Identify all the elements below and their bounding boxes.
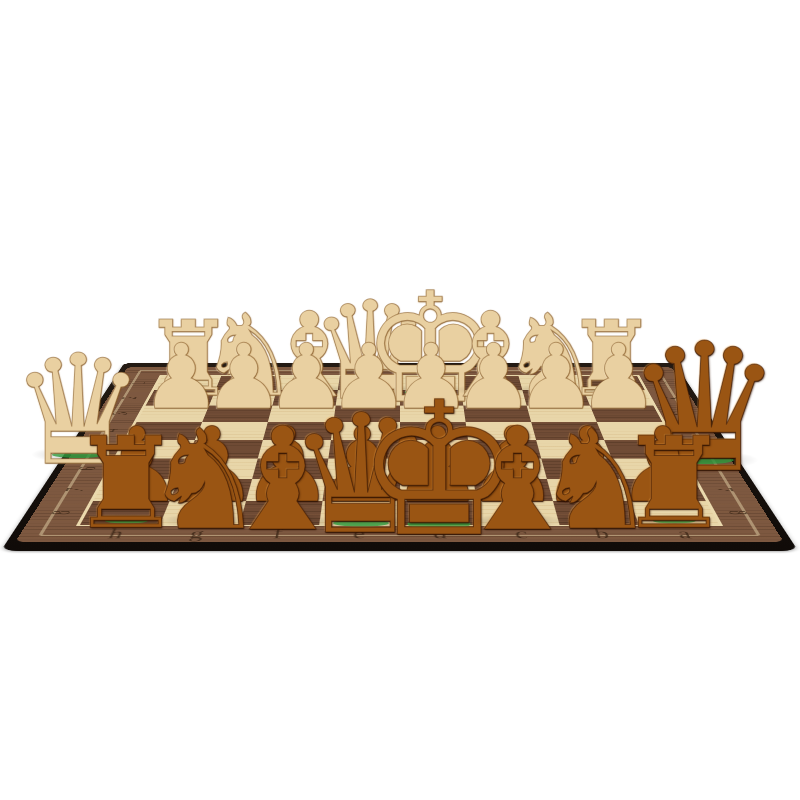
square-a3 [590,406,662,422]
rank-label-left-5: 5 [85,447,111,450]
square-g1 [215,376,280,390]
rank-label-left-6: 6 [73,467,101,471]
rank-label-right-1: 1 [650,382,673,385]
square-h6 [105,458,187,478]
square-a8 [629,501,719,525]
rank-label-left-7: 7 [60,488,89,492]
square-h2 [146,390,216,405]
square-c4 [465,422,536,440]
square-d5 [400,440,471,459]
file-label-near-a: a [674,526,693,540]
rank-label-left-3: 3 [107,412,131,415]
square-e8 [320,501,400,525]
rank-label-right-4: 4 [677,429,702,432]
square-c8 [476,501,559,525]
square-e7 [323,479,400,501]
square-g2 [209,390,277,405]
file-label-near-b: b [593,526,612,540]
file-labels-near: hgfedcba [70,525,728,542]
square-e5 [329,440,400,459]
file-label-near-f: f [272,526,284,540]
square-f6 [252,458,328,478]
square-b8 [553,501,639,525]
rank-label-left-2: 2 [117,396,141,399]
file-label-far-c: c [483,368,493,376]
square-d2 [400,390,463,405]
rank-label-left-4: 4 [97,429,122,432]
file-label-near-h: h [105,526,125,540]
square-g3 [202,406,272,422]
square-d1 [400,376,461,390]
rank-label-left-8: 8 [45,511,75,515]
square-c6 [470,458,546,478]
square-c2 [461,390,527,405]
file-label-far-b: b [540,368,552,376]
square-h8 [80,501,170,525]
board-squares [80,376,719,525]
square-f1 [277,376,340,390]
square-c1 [459,376,522,390]
square-d4 [400,422,468,440]
square-b1 [518,376,583,390]
square-c5 [468,440,541,459]
file-label-near-g: g [188,526,207,540]
rank-label-left-1: 1 [126,382,149,385]
file-label-far-f: f [307,368,315,376]
square-d8 [400,501,480,525]
rank-label-right-7: 7 [711,488,740,492]
square-h3 [137,406,209,422]
square-b3 [526,406,596,422]
square-g7 [170,479,253,501]
square-f4 [263,422,334,440]
square-f5 [258,440,331,459]
file-label-far-d: d [424,368,434,376]
square-g6 [179,458,258,478]
square-e4 [331,422,399,440]
square-h7 [93,479,179,501]
file-label-far-g: g [246,368,258,376]
square-h1 [154,376,221,390]
square-e6 [326,458,400,478]
square-a1 [578,376,645,390]
square-f7 [246,479,326,501]
square-f2 [273,390,339,405]
square-e1 [338,376,399,390]
square-f3 [268,406,336,422]
file-label-near-c: c [514,526,529,540]
square-b6 [541,458,620,478]
square-b4 [531,422,604,440]
rank-label-right-8: 8 [724,511,754,515]
rank-label-right-2: 2 [658,396,682,399]
file-label-far-h: h [187,368,200,376]
rank-label-right-6: 6 [699,467,727,471]
square-h5 [117,440,196,459]
square-d7 [400,479,477,501]
square-c7 [473,479,553,501]
chessboard: hgfedcba hgfedcba 12345678 12345678 [15,367,784,542]
file-label-near-d: d [433,526,448,540]
square-b5 [536,440,612,459]
square-b2 [522,390,590,405]
square-d6 [400,458,474,478]
square-a4 [597,422,672,440]
square-e3 [334,406,400,422]
square-b7 [547,479,630,501]
square-a7 [620,479,706,501]
square-g4 [195,422,268,440]
square-g8 [160,501,246,525]
file-labels-far: hgfedcba [162,367,637,376]
square-h4 [127,422,202,440]
file-label-far-a: a [599,368,611,376]
square-g5 [187,440,263,459]
square-c3 [463,406,531,422]
rank-label-right-3: 3 [667,412,691,415]
square-a5 [604,440,683,459]
square-e2 [336,390,399,405]
file-label-near-e: e [352,526,365,540]
product-photo-scene: hgfedcba hgfedcba 12345678 12345678 ♜♞♝♛… [0,0,800,800]
square-a2 [584,390,654,405]
square-f8 [240,501,323,525]
rank-label-right-5: 5 [687,447,713,450]
square-d3 [400,406,466,422]
square-a6 [612,458,694,478]
file-label-far-e: e [365,368,374,376]
